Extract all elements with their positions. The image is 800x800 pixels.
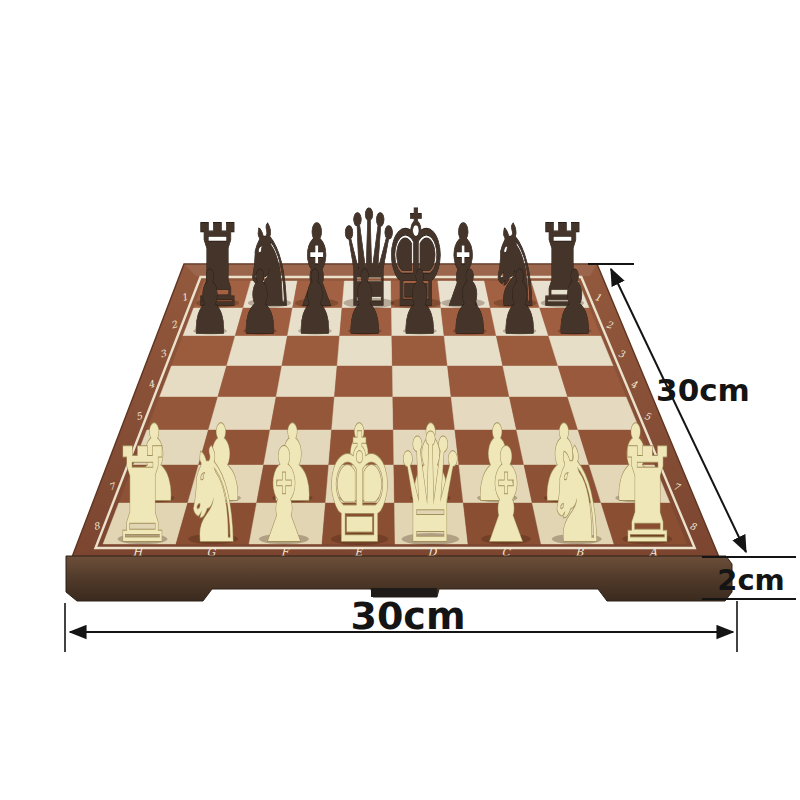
piece-dark-pawn-a2: ♟: [554, 252, 595, 353]
square-b4: [503, 366, 568, 397]
square-c4: [448, 366, 510, 397]
piece-light-bishop-c8: ♝: [475, 421, 537, 572]
piece-glyph: ♟: [499, 252, 540, 353]
piece-light-queen-d8: ♛: [395, 402, 466, 576]
piece-glyph: ♟: [294, 252, 335, 353]
piece-glyph: ♟: [399, 252, 440, 353]
depth-dim-label: 30cm: [656, 372, 750, 408]
piece-light-rook-a8: ♜: [617, 421, 679, 572]
piece-glyph: ♟: [344, 252, 385, 353]
square-e4: [334, 366, 392, 397]
piece-light-bishop-f8: ♝: [253, 421, 315, 572]
piece-light-rook-h8: ♜: [112, 421, 174, 572]
piece-light-king-e8: ♚: [324, 402, 395, 576]
piece-light-knight-b8: ♞: [546, 421, 608, 572]
square-g4: [218, 366, 282, 397]
piece-glyph: ♝: [253, 421, 315, 572]
piece-glyph: ♞: [546, 421, 608, 572]
piece-light-knight-g8: ♞: [182, 421, 244, 572]
piece-dark-pawn-e2: ♟: [344, 252, 385, 353]
piece-dark-pawn-b2: ♟: [499, 252, 540, 353]
piece-glyph: ♟: [554, 252, 595, 353]
piece-dark-pawn-d2: ♟: [399, 252, 440, 353]
piece-dark-pawn-c2: ♟: [449, 252, 490, 353]
square-d4: [392, 366, 451, 397]
piece-glyph: ♜: [617, 421, 679, 572]
piece-glyph: ♟: [239, 252, 280, 353]
piece-glyph: ♝: [475, 421, 537, 572]
piece-glyph: ♚: [324, 402, 395, 576]
piece-glyph: ♟: [449, 252, 490, 353]
thickness-dim-label: 2cm: [717, 563, 785, 597]
board: HGFEDCBA1122334455667788♜♞♝♚♛♝♞♜♟♟♟♟♟♟♟♟…: [66, 182, 732, 601]
width-dim-label: 30cm: [350, 594, 465, 638]
piece-glyph: ♜: [112, 421, 174, 572]
piece-dark-pawn-h2: ♟: [189, 252, 230, 353]
piece-dark-pawn-f2: ♟: [294, 252, 335, 353]
square-f4: [276, 366, 337, 397]
piece-dark-pawn-g2: ♟: [239, 252, 280, 353]
piece-glyph: ♟: [189, 252, 230, 353]
piece-glyph: ♛: [395, 402, 466, 576]
square-h4: [160, 366, 227, 397]
product-photo-chess-set: HGFEDCBA1122334455667788♜♞♝♚♛♝♞♜♟♟♟♟♟♟♟♟…: [0, 0, 800, 800]
piece-glyph: ♞: [182, 421, 244, 572]
chessboard-scene: HGFEDCBA1122334455667788♜♞♝♚♛♝♞♜♟♟♟♟♟♟♟♟…: [0, 0, 800, 800]
